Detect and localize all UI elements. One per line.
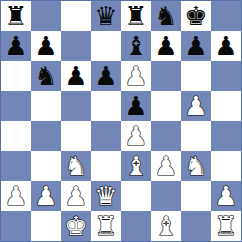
square-d8[interactable]: ♛	[91, 1, 121, 31]
square-f5[interactable]	[151, 91, 181, 121]
square-h4[interactable]	[211, 121, 241, 151]
square-f6[interactable]	[151, 61, 181, 91]
piece-white-rook[interactable]: ♜	[214, 211, 237, 241]
square-c6[interactable]: ♟	[61, 61, 91, 91]
square-g8[interactable]: ♚	[181, 1, 211, 31]
square-e7[interactable]: ♝	[121, 31, 151, 61]
square-b3[interactable]	[31, 151, 61, 181]
square-g1[interactable]	[181, 211, 211, 241]
square-g3[interactable]: ♞	[181, 151, 211, 181]
piece-black-knight[interactable]: ♞	[154, 1, 177, 31]
piece-black-king[interactable]: ♚	[184, 1, 207, 31]
piece-black-pawn[interactable]: ♟	[4, 31, 27, 61]
square-f2[interactable]	[151, 181, 181, 211]
square-e5[interactable]: ♟	[121, 91, 151, 121]
square-d3[interactable]	[91, 151, 121, 181]
square-h5[interactable]	[211, 91, 241, 121]
square-e8[interactable]: ♜	[121, 1, 151, 31]
piece-white-pawn[interactable]: ♟	[124, 61, 147, 91]
square-f7[interactable]: ♟	[151, 31, 181, 61]
square-a3[interactable]	[1, 151, 31, 181]
square-a5[interactable]	[1, 91, 31, 121]
square-e2[interactable]	[121, 181, 151, 211]
square-e1[interactable]	[121, 211, 151, 241]
piece-white-pawn[interactable]: ♟	[124, 121, 147, 151]
piece-white-pawn[interactable]: ♟	[214, 181, 237, 211]
square-h7[interactable]: ♟	[211, 31, 241, 61]
piece-black-pawn[interactable]: ♟	[34, 31, 57, 61]
piece-white-rook[interactable]: ♜	[94, 211, 117, 241]
square-c3[interactable]: ♞	[61, 151, 91, 181]
piece-white-pawn[interactable]: ♟	[64, 181, 87, 211]
piece-white-bishop[interactable]: ♝	[154, 211, 177, 241]
square-h8[interactable]	[211, 1, 241, 31]
square-b1[interactable]	[31, 211, 61, 241]
piece-black-pawn[interactable]: ♟	[124, 91, 147, 121]
square-b7[interactable]: ♟	[31, 31, 61, 61]
piece-white-knight[interactable]: ♞	[184, 151, 207, 181]
square-f4[interactable]	[151, 121, 181, 151]
square-c8[interactable]	[61, 1, 91, 31]
piece-black-queen[interactable]: ♛	[94, 1, 117, 31]
square-h3[interactable]	[211, 151, 241, 181]
square-a2[interactable]: ♟	[1, 181, 31, 211]
square-b6[interactable]: ♞	[31, 61, 61, 91]
piece-white-pawn[interactable]: ♟	[4, 181, 27, 211]
square-a8[interactable]: ♜	[1, 1, 31, 31]
piece-black-bishop[interactable]: ♝	[124, 31, 147, 61]
piece-white-pawn[interactable]: ♟	[34, 181, 57, 211]
piece-black-pawn[interactable]: ♟	[94, 61, 117, 91]
square-d1[interactable]: ♜	[91, 211, 121, 241]
piece-black-knight[interactable]: ♞	[34, 61, 57, 91]
square-g7[interactable]: ♟	[181, 31, 211, 61]
square-h1[interactable]: ♜	[211, 211, 241, 241]
square-d2[interactable]: ♛	[91, 181, 121, 211]
square-c2[interactable]: ♟	[61, 181, 91, 211]
piece-black-pawn[interactable]: ♟	[154, 31, 177, 61]
square-a7[interactable]: ♟	[1, 31, 31, 61]
square-c4[interactable]	[61, 121, 91, 151]
piece-black-pawn[interactable]: ♟	[184, 31, 207, 61]
square-d5[interactable]	[91, 91, 121, 121]
square-f1[interactable]: ♝	[151, 211, 181, 241]
piece-white-knight[interactable]: ♞	[64, 151, 87, 181]
piece-white-queen[interactable]: ♛	[94, 181, 117, 211]
square-a1[interactable]	[1, 211, 31, 241]
square-a6[interactable]	[1, 61, 31, 91]
square-b8[interactable]	[31, 1, 61, 31]
square-h2[interactable]: ♟	[211, 181, 241, 211]
piece-white-pawn[interactable]: ♟	[154, 151, 177, 181]
square-c1[interactable]: ♚	[61, 211, 91, 241]
piece-black-pawn[interactable]: ♟	[214, 31, 237, 61]
square-g5[interactable]: ♟	[181, 91, 211, 121]
piece-black-rook[interactable]: ♜	[124, 1, 147, 31]
square-a4[interactable]	[1, 121, 31, 151]
square-e4[interactable]: ♟	[121, 121, 151, 151]
square-d7[interactable]	[91, 31, 121, 61]
square-d6[interactable]: ♟	[91, 61, 121, 91]
square-g4[interactable]	[181, 121, 211, 151]
piece-white-king[interactable]: ♚	[64, 211, 87, 241]
square-b2[interactable]: ♟	[31, 181, 61, 211]
square-h6[interactable]	[211, 61, 241, 91]
square-c5[interactable]	[61, 91, 91, 121]
square-g6[interactable]	[181, 61, 211, 91]
square-b5[interactable]	[31, 91, 61, 121]
square-c7[interactable]	[61, 31, 91, 61]
piece-black-rook[interactable]: ♜	[4, 1, 27, 31]
square-e6[interactable]: ♟	[121, 61, 151, 91]
square-b4[interactable]	[31, 121, 61, 151]
square-f3[interactable]: ♟	[151, 151, 181, 181]
piece-white-bishop[interactable]: ♝	[124, 151, 147, 181]
piece-black-pawn[interactable]: ♟	[64, 61, 87, 91]
piece-white-pawn[interactable]: ♟	[184, 91, 207, 121]
square-e3[interactable]: ♝	[121, 151, 151, 181]
square-d4[interactable]	[91, 121, 121, 151]
chess-board: ♜♛♜♞♚♟♟♝♟♟♟♞♟♟♟♟♟♟♞♝♟♞♟♟♟♛♟♚♜♝♜	[0, 0, 242, 242]
square-g2[interactable]	[181, 181, 211, 211]
square-f8[interactable]: ♞	[151, 1, 181, 31]
